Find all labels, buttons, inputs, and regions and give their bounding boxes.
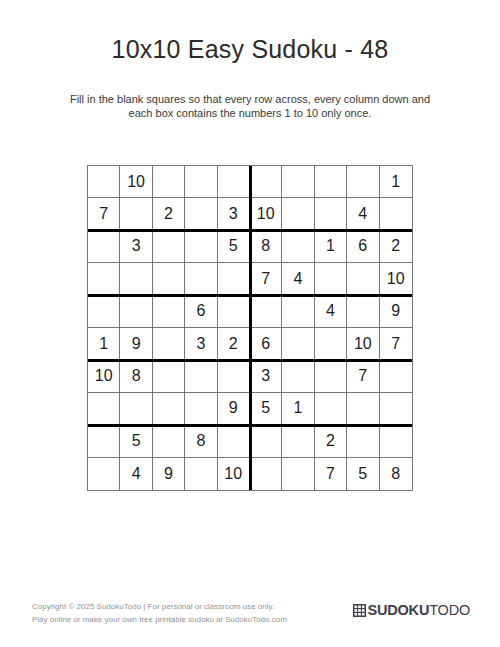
sudokutodo-logo: SUDOKUTODO (353, 602, 470, 618)
cell-r3c1[interactable] (88, 231, 120, 263)
instructions-line2: each box contains the numbers 1 to 10 on… (0, 107, 500, 121)
cell-r2c9: 4 (347, 198, 379, 230)
cell-r2c2[interactable] (120, 198, 152, 230)
cell-r9c9[interactable] (347, 425, 379, 457)
cell-r1c5[interactable] (218, 166, 250, 198)
cell-r3c10: 2 (380, 231, 412, 263)
cell-r7c7[interactable] (282, 360, 314, 392)
cell-r7c4[interactable] (185, 360, 217, 392)
cell-r8c9[interactable] (347, 393, 379, 425)
cell-r5c6[interactable] (250, 296, 282, 328)
cell-r2c7[interactable] (282, 198, 314, 230)
cell-r3c7[interactable] (282, 231, 314, 263)
cell-r7c10[interactable] (380, 360, 412, 392)
cell-r4c3[interactable] (153, 263, 185, 295)
cell-r3c8: 1 (315, 231, 347, 263)
logo-text: SUDOKUTODO (368, 602, 470, 618)
cell-r9c4: 8 (185, 425, 217, 457)
cell-r7c9: 7 (347, 360, 379, 392)
cell-r9c7[interactable] (282, 425, 314, 457)
cell-r3c6: 8 (250, 231, 282, 263)
cell-r6c4: 3 (185, 328, 217, 360)
cell-r4c1[interactable] (88, 263, 120, 295)
cell-r6c7[interactable] (282, 328, 314, 360)
cell-r5c10: 9 (380, 296, 412, 328)
cell-r8c7: 1 (282, 393, 314, 425)
cell-r3c3[interactable] (153, 231, 185, 263)
cell-r1c6[interactable] (250, 166, 282, 198)
cell-r5c3[interactable] (153, 296, 185, 328)
cell-r10c7[interactable] (282, 458, 314, 490)
cell-r10c8: 7 (315, 458, 347, 490)
cell-r4c6: 7 (250, 263, 282, 295)
cell-r2c6: 10 (250, 198, 282, 230)
cell-r6c2: 9 (120, 328, 152, 360)
cell-r6c5: 2 (218, 328, 250, 360)
cell-r10c1[interactable] (88, 458, 120, 490)
cell-r3c2: 3 (120, 231, 152, 263)
cell-r3c9: 6 (347, 231, 379, 263)
copyright-line1: Copyright © 2025 SudokuTodo | For person… (32, 600, 287, 613)
cell-r10c3: 9 (153, 458, 185, 490)
cell-r8c3[interactable] (153, 393, 185, 425)
cell-r5c8: 4 (315, 296, 347, 328)
cell-r5c4: 6 (185, 296, 217, 328)
cell-r6c6: 6 (250, 328, 282, 360)
cell-r4c4[interactable] (185, 263, 217, 295)
cell-r5c5[interactable] (218, 296, 250, 328)
cell-r4c10: 10 (380, 263, 412, 295)
cell-r2c1: 7 (88, 198, 120, 230)
cell-r1c2: 10 (120, 166, 152, 198)
cell-r3c5: 5 (218, 231, 250, 263)
cell-r8c1[interactable] (88, 393, 120, 425)
cell-r6c3[interactable] (153, 328, 185, 360)
cell-r7c1: 10 (88, 360, 120, 392)
cell-r9c6[interactable] (250, 425, 282, 457)
sudoku-grid-icon (353, 604, 366, 617)
cell-r6c1: 1 (88, 328, 120, 360)
cell-r2c3: 2 (153, 198, 185, 230)
cell-r4c2[interactable] (120, 263, 152, 295)
instructions-line1: Fill in the blank squares so that every … (0, 93, 500, 107)
cell-r4c9[interactable] (347, 263, 379, 295)
cell-r8c10[interactable] (380, 393, 412, 425)
cell-r8c4[interactable] (185, 393, 217, 425)
cell-r7c8[interactable] (315, 360, 347, 392)
logo-text-sudoku: SUDOKU (368, 602, 430, 618)
cell-r4c7: 4 (282, 263, 314, 295)
cell-r2c4[interactable] (185, 198, 217, 230)
cell-r8c5: 9 (218, 393, 250, 425)
cell-r10c4[interactable] (185, 458, 217, 490)
cell-r5c9[interactable] (347, 296, 379, 328)
copyright-notice: Copyright © 2025 SudokuTodo | For person… (32, 600, 287, 626)
cell-r10c5: 10 (218, 458, 250, 490)
cell-r10c9: 5 (347, 458, 379, 490)
cell-r7c3[interactable] (153, 360, 185, 392)
cell-r9c3[interactable] (153, 425, 185, 457)
cell-r10c2: 4 (120, 458, 152, 490)
cell-r5c2[interactable] (120, 296, 152, 328)
cell-r9c8: 2 (315, 425, 347, 457)
cell-r1c9[interactable] (347, 166, 379, 198)
cell-r1c3[interactable] (153, 166, 185, 198)
copyright-line2: Play online or make your own free printa… (32, 613, 287, 626)
board: 1017231043581627410649193261071083795158… (87, 165, 413, 491)
cell-r10c6[interactable] (250, 458, 282, 490)
cell-r6c8[interactable] (315, 328, 347, 360)
cell-r6c10: 7 (380, 328, 412, 360)
cell-r10c10: 8 (380, 458, 412, 490)
cell-r9c5[interactable] (218, 425, 250, 457)
page-title: 10x10 Easy Sudoku - 48 (0, 35, 500, 63)
printable-sudoku-page: 10x10 Easy Sudoku - 48 Fill in the blank… (0, 0, 500, 647)
sudoku-grid: 1017231043581627410649193261071083795158… (88, 166, 412, 490)
cell-r2c8[interactable] (315, 198, 347, 230)
cell-r8c2[interactable] (120, 393, 152, 425)
cell-r1c1[interactable] (88, 166, 120, 198)
cell-r8c8[interactable] (315, 393, 347, 425)
cell-r1c8[interactable] (315, 166, 347, 198)
cell-r7c5[interactable] (218, 360, 250, 392)
cell-r2c5: 3 (218, 198, 250, 230)
cell-r7c6: 3 (250, 360, 282, 392)
cell-r7c2: 8 (120, 360, 152, 392)
cell-r2c10[interactable] (380, 198, 412, 230)
cell-r5c1[interactable] (88, 296, 120, 328)
cell-r5c7[interactable] (282, 296, 314, 328)
cell-r1c10: 1 (380, 166, 412, 198)
cell-r1c7[interactable] (282, 166, 314, 198)
cell-r6c9: 10 (347, 328, 379, 360)
cell-r8c6: 5 (250, 393, 282, 425)
cell-r3c4[interactable] (185, 231, 217, 263)
cell-r4c8[interactable] (315, 263, 347, 295)
instructions: Fill in the blank squares so that every … (0, 93, 500, 120)
cell-r9c1[interactable] (88, 425, 120, 457)
cell-r4c5[interactable] (218, 263, 250, 295)
cell-r1c4[interactable] (185, 166, 217, 198)
cell-r9c10[interactable] (380, 425, 412, 457)
cell-r9c2: 5 (120, 425, 152, 457)
logo-text-todo: TODO (429, 602, 470, 618)
